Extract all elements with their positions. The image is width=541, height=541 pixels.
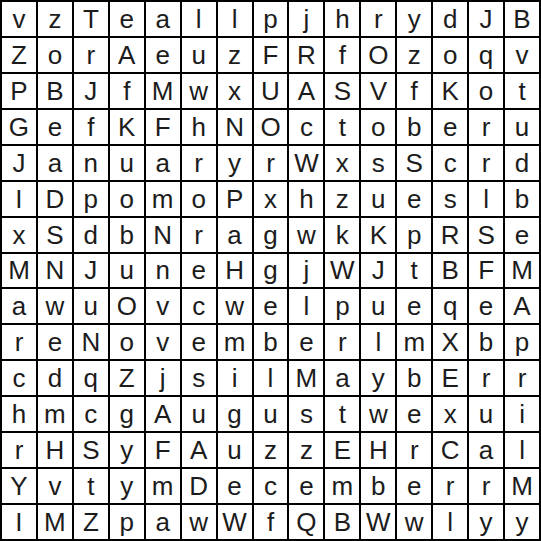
grid-cell[interactable]: g [254, 254, 288, 288]
grid-cell[interactable]: o [110, 182, 144, 216]
grid-cell[interactable]: M [2, 254, 36, 288]
grid-cell[interactable]: v [38, 469, 72, 503]
grid-cell[interactable]: u [254, 397, 288, 431]
grid-cell[interactable]: v [505, 38, 539, 72]
grid-cell[interactable]: v [146, 289, 180, 323]
grid-cell[interactable]: N [38, 254, 72, 288]
grid-cell[interactable]: F [254, 38, 288, 72]
grid-cell[interactable]: r [469, 146, 503, 180]
grid-cell[interactable]: s [182, 361, 216, 395]
grid-cell[interactable]: c [433, 146, 467, 180]
grid-cell[interactable]: b [254, 325, 288, 359]
grid-cell[interactable]: e [289, 469, 323, 503]
grid-cell[interactable]: t [74, 469, 108, 503]
grid-cell[interactable]: A [505, 289, 539, 323]
grid-cell[interactable]: M [505, 469, 539, 503]
grid-cell[interactable]: t [325, 110, 359, 144]
grid-cell[interactable]: B [505, 2, 539, 36]
grid-cell[interactable]: u [361, 182, 395, 216]
grid-cell[interactable]: M [505, 254, 539, 288]
grid-cell[interactable]: H [218, 254, 252, 288]
grid-cell[interactable]: J [361, 254, 395, 288]
grid-cell[interactable]: M [38, 505, 72, 539]
grid-cell[interactable]: N [74, 325, 108, 359]
grid-cell[interactable]: u [182, 397, 216, 431]
grid-cell[interactable]: z [289, 433, 323, 467]
grid-cell[interactable]: K [361, 218, 395, 252]
grid-cell[interactable]: N [146, 218, 180, 252]
grid-cell[interactable]: A [289, 74, 323, 108]
grid-cell[interactable]: h [182, 110, 216, 144]
grid-cell[interactable]: F [146, 433, 180, 467]
grid-cell[interactable]: e [469, 289, 503, 323]
grid-cell[interactable]: c [2, 361, 36, 395]
grid-cell[interactable]: y [110, 469, 144, 503]
grid-cell[interactable]: z [254, 433, 288, 467]
grid-cell[interactable]: W [218, 505, 252, 539]
grid-cell[interactable]: m [218, 325, 252, 359]
grid-cell[interactable]: e [433, 110, 467, 144]
grid-cell[interactable]: w [182, 505, 216, 539]
grid-cell[interactable]: y [218, 146, 252, 180]
grid-cell[interactable]: e [397, 182, 431, 216]
grid-cell[interactable]: V [361, 74, 395, 108]
grid-cell[interactable]: r [2, 325, 36, 359]
grid-cell[interactable]: w [397, 505, 431, 539]
grid-cell[interactable]: t [505, 74, 539, 108]
grid-cell[interactable]: r [469, 469, 503, 503]
grid-cell[interactable]: S [397, 146, 431, 180]
grid-cell[interactable]: k [325, 218, 359, 252]
grid-cell[interactable]: T [74, 2, 108, 36]
grid-cell[interactable]: g [110, 397, 144, 431]
grid-cell[interactable]: o [182, 182, 216, 216]
grid-cell[interactable]: x [433, 397, 467, 431]
grid-cell[interactable]: r [433, 469, 467, 503]
grid-cell[interactable]: b [397, 361, 431, 395]
grid-cell[interactable]: o [469, 74, 503, 108]
grid-cell[interactable]: z [325, 182, 359, 216]
grid-cell[interactable]: d [74, 218, 108, 252]
grid-cell[interactable]: d [505, 146, 539, 180]
grid-cell[interactable]: z [218, 38, 252, 72]
grid-cell[interactable]: p [110, 505, 144, 539]
grid-cell[interactable]: W [289, 146, 323, 180]
grid-cell[interactable]: h [325, 2, 359, 36]
grid-cell[interactable]: w [289, 218, 323, 252]
grid-cell[interactable]: r [361, 2, 395, 36]
grid-cell[interactable]: l [469, 182, 503, 216]
grid-cell[interactable]: u [361, 289, 395, 323]
grid-cell[interactable]: f [325, 38, 359, 72]
grid-cell[interactable]: f [254, 505, 288, 539]
grid-cell[interactable]: u [182, 38, 216, 72]
grid-cell[interactable]: A [146, 397, 180, 431]
grid-cell[interactable]: r [505, 361, 539, 395]
grid-cell[interactable]: H [38, 433, 72, 467]
grid-cell[interactable]: i [218, 361, 252, 395]
grid-cell[interactable]: J [2, 146, 36, 180]
grid-cell[interactable]: e [146, 38, 180, 72]
grid-cell[interactable]: r [325, 325, 359, 359]
grid-cell[interactable]: x [218, 74, 252, 108]
grid-cell[interactable]: s [361, 146, 395, 180]
grid-cell[interactable]: J [74, 74, 108, 108]
grid-cell[interactable]: y [361, 361, 395, 395]
grid-cell[interactable]: e [397, 397, 431, 431]
grid-cell[interactable]: w [218, 289, 252, 323]
grid-cell[interactable]: y [505, 505, 539, 539]
grid-cell[interactable]: S [325, 74, 359, 108]
grid-cell[interactable]: c [182, 289, 216, 323]
grid-cell[interactable]: b [110, 218, 144, 252]
grid-cell[interactable]: g [218, 397, 252, 431]
grid-cell[interactable]: f [74, 110, 108, 144]
grid-cell[interactable]: B [433, 254, 467, 288]
grid-cell[interactable]: u [110, 146, 144, 180]
grid-cell[interactable]: b [469, 325, 503, 359]
grid-cell[interactable]: m [38, 397, 72, 431]
grid-cell[interactable]: X [433, 325, 467, 359]
grid-cell[interactable]: h [289, 182, 323, 216]
grid-cell[interactable]: c [254, 469, 288, 503]
word-search-grid: vzTeallpjhrydJBZorAeuzFRfOzoqvPBJfMwxUAS… [0, 0, 541, 541]
grid-cell[interactable]: y [469, 505, 503, 539]
grid-cell[interactable]: e [397, 289, 431, 323]
grid-cell[interactable]: x [2, 218, 36, 252]
grid-cell[interactable]: K [433, 74, 467, 108]
grid-cell[interactable]: m [146, 469, 180, 503]
grid-cell[interactable]: b [361, 469, 395, 503]
grid-cell[interactable]: P [2, 74, 36, 108]
grid-cell[interactable]: a [38, 146, 72, 180]
grid-cell[interactable]: f [397, 74, 431, 108]
grid-cell[interactable]: M [146, 74, 180, 108]
grid-cell[interactable]: r [469, 110, 503, 144]
grid-cell[interactable]: m [397, 325, 431, 359]
grid-cell[interactable]: o [433, 38, 467, 72]
grid-cell[interactable]: w [361, 397, 395, 431]
grid-cell[interactable]: n [74, 146, 108, 180]
grid-cell[interactable]: x [254, 182, 288, 216]
grid-cell[interactable]: S [74, 433, 108, 467]
grid-cell[interactable]: l [361, 325, 395, 359]
grid-cell[interactable]: w [38, 289, 72, 323]
grid-cell[interactable]: O [110, 289, 144, 323]
grid-cell[interactable]: m [325, 469, 359, 503]
grid-cell[interactable]: p [397, 218, 431, 252]
grid-cell[interactable]: R [433, 218, 467, 252]
grid-cell[interactable]: e [289, 325, 323, 359]
grid-cell[interactable]: O [254, 110, 288, 144]
grid-cell[interactable]: r [74, 38, 108, 72]
grid-cell[interactable]: v [2, 2, 36, 36]
grid-cell[interactable]: p [505, 325, 539, 359]
grid-cell[interactable]: s [289, 397, 323, 431]
grid-cell[interactable]: Z [74, 505, 108, 539]
grid-cell[interactable]: q [74, 361, 108, 395]
grid-cell[interactable]: l [433, 505, 467, 539]
grid-cell[interactable]: Q [289, 505, 323, 539]
grid-cell[interactable]: e [254, 289, 288, 323]
grid-cell[interactable]: J [74, 254, 108, 288]
grid-cell[interactable]: E [433, 361, 467, 395]
grid-cell[interactable]: j [289, 254, 323, 288]
grid-cell[interactable]: e [38, 325, 72, 359]
grid-cell[interactable]: e [397, 469, 431, 503]
grid-cell[interactable]: I [2, 505, 36, 539]
grid-cell[interactable]: u [505, 110, 539, 144]
grid-cell[interactable]: a [2, 289, 36, 323]
grid-cell[interactable]: A [110, 38, 144, 72]
grid-cell[interactable]: J [469, 2, 503, 36]
grid-cell[interactable]: a [218, 218, 252, 252]
grid-cell[interactable]: v [146, 325, 180, 359]
grid-cell[interactable]: e [218, 469, 252, 503]
grid-cell[interactable]: b [505, 182, 539, 216]
grid-cell[interactable]: q [433, 289, 467, 323]
grid-cell[interactable]: a [325, 361, 359, 395]
grid-cell[interactable]: F [469, 254, 503, 288]
grid-cell[interactable]: f [110, 74, 144, 108]
grid-cell[interactable]: c [289, 110, 323, 144]
grid-cell[interactable]: r [2, 433, 36, 467]
grid-cell[interactable]: B [325, 505, 359, 539]
grid-cell[interactable]: p [325, 289, 359, 323]
grid-cell[interactable]: r [469, 361, 503, 395]
grid-cell[interactable]: W [325, 254, 359, 288]
grid-cell[interactable]: M [289, 361, 323, 395]
grid-cell[interactable]: a [469, 433, 503, 467]
grid-cell[interactable]: l [182, 2, 216, 36]
grid-cell[interactable]: C [433, 433, 467, 467]
grid-cell[interactable]: u [110, 254, 144, 288]
grid-cell[interactable]: I [2, 182, 36, 216]
grid-cell[interactable]: q [469, 38, 503, 72]
grid-cell[interactable]: e [182, 325, 216, 359]
grid-cell[interactable]: r [182, 218, 216, 252]
grid-cell[interactable]: r [182, 146, 216, 180]
grid-cell[interactable]: U [254, 74, 288, 108]
grid-cell[interactable]: N [218, 110, 252, 144]
grid-cell[interactable]: a [146, 505, 180, 539]
grid-cell[interactable]: a [146, 146, 180, 180]
grid-cell[interactable]: Z [110, 361, 144, 395]
grid-cell[interactable]: o [361, 110, 395, 144]
grid-cell[interactable]: c [74, 397, 108, 431]
grid-cell[interactable]: l [505, 433, 539, 467]
grid-cell[interactable]: u [469, 397, 503, 431]
grid-cell[interactable]: E [325, 433, 359, 467]
grid-cell[interactable]: t [325, 397, 359, 431]
grid-cell[interactable]: e [182, 254, 216, 288]
grid-cell[interactable]: S [469, 218, 503, 252]
grid-cell[interactable]: R [289, 38, 323, 72]
grid-cell[interactable]: O [361, 38, 395, 72]
grid-cell[interactable]: p [254, 2, 288, 36]
grid-cell[interactable]: w [182, 74, 216, 108]
grid-cell[interactable]: y [110, 433, 144, 467]
grid-cell[interactable]: d [433, 2, 467, 36]
grid-cell[interactable]: Y [2, 469, 36, 503]
grid-cell[interactable]: Z [2, 38, 36, 72]
grid-cell[interactable]: u [218, 433, 252, 467]
grid-cell[interactable]: m [146, 182, 180, 216]
grid-cell[interactable]: n [146, 254, 180, 288]
grid-cell[interactable]: j [289, 2, 323, 36]
grid-cell[interactable]: z [38, 2, 72, 36]
grid-cell[interactable]: b [397, 110, 431, 144]
grid-cell[interactable]: A [182, 433, 216, 467]
grid-cell[interactable]: D [182, 469, 216, 503]
grid-cell[interactable]: F [146, 110, 180, 144]
grid-cell[interactable]: S [38, 218, 72, 252]
grid-cell[interactable]: x [325, 146, 359, 180]
grid-cell[interactable]: h [2, 397, 36, 431]
grid-cell[interactable]: t [397, 254, 431, 288]
grid-cell[interactable]: z [397, 38, 431, 72]
grid-cell[interactable]: r [397, 433, 431, 467]
grid-cell[interactable]: e [505, 218, 539, 252]
grid-cell[interactable]: a [146, 2, 180, 36]
grid-cell[interactable]: H [361, 433, 395, 467]
grid-cell[interactable]: g [254, 218, 288, 252]
grid-cell[interactable]: D [38, 182, 72, 216]
grid-cell[interactable]: K [110, 110, 144, 144]
grid-cell[interactable]: G [2, 110, 36, 144]
grid-cell[interactable]: o [110, 325, 144, 359]
grid-cell[interactable]: l [218, 2, 252, 36]
grid-cell[interactable]: r [254, 146, 288, 180]
grid-cell[interactable]: e [110, 2, 144, 36]
grid-cell[interactable]: l [254, 361, 288, 395]
grid-cell[interactable]: P [218, 182, 252, 216]
grid-cell[interactable]: o [38, 38, 72, 72]
grid-cell[interactable]: d [38, 361, 72, 395]
grid-cell[interactable]: i [505, 397, 539, 431]
grid-cell[interactable]: B [38, 74, 72, 108]
grid-cell[interactable]: e [38, 110, 72, 144]
grid-cell[interactable]: s [433, 182, 467, 216]
grid-cell[interactable]: l [289, 289, 323, 323]
grid-cell[interactable]: p [74, 182, 108, 216]
grid-cell[interactable]: u [74, 289, 108, 323]
grid-cell[interactable]: j [146, 361, 180, 395]
grid-cell[interactable]: y [397, 2, 431, 36]
grid-cell[interactable]: W [361, 505, 395, 539]
